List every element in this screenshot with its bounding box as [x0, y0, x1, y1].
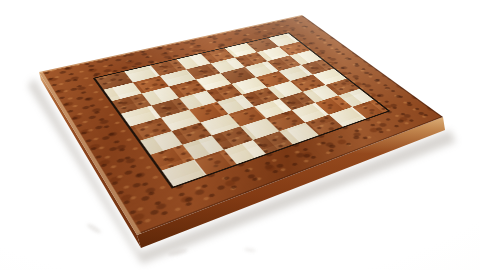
photo-background: [0, 0, 480, 270]
